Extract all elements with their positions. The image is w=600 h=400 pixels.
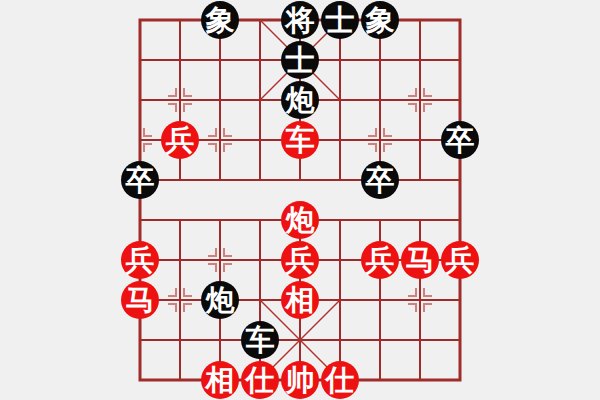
piece-red-horse[interactable]: 马 <box>401 241 439 279</box>
xiangqi-board-page: 象将士象士炮兵车卒卒卒炮兵兵兵马兵马炮相车相仕帅仕 <box>0 0 600 400</box>
piece-black-soldier[interactable]: 卒 <box>121 161 159 199</box>
piece-red-advisor[interactable]: 仕 <box>321 361 359 399</box>
piece-red-horse[interactable]: 马 <box>121 281 159 319</box>
piece-black-elephant[interactable]: 象 <box>201 1 239 39</box>
piece-black-general[interactable]: 将 <box>281 1 319 39</box>
piece-black-soldier[interactable]: 卒 <box>441 121 479 159</box>
piece-red-advisor[interactable]: 仕 <box>241 361 279 399</box>
piece-red-soldier[interactable]: 兵 <box>281 241 319 279</box>
piece-black-advisor[interactable]: 士 <box>321 1 359 39</box>
board-grid[interactable]: 象将士象士炮兵车卒卒卒炮兵兵兵马兵马炮相车相仕帅仕 <box>120 0 480 400</box>
piece-red-elephant[interactable]: 相 <box>201 361 239 399</box>
piece-black-elephant[interactable]: 象 <box>361 1 399 39</box>
piece-red-elephant[interactable]: 相 <box>281 281 319 319</box>
piece-black-soldier[interactable]: 卒 <box>361 161 399 199</box>
piece-black-advisor[interactable]: 士 <box>281 41 319 79</box>
piece-red-soldier[interactable]: 兵 <box>361 241 399 279</box>
piece-red-rook[interactable]: 车 <box>281 121 319 159</box>
piece-red-cannon[interactable]: 炮 <box>281 201 319 239</box>
piece-red-general[interactable]: 帅 <box>281 361 319 399</box>
piece-black-cannon[interactable]: 炮 <box>201 281 239 319</box>
piece-red-soldier[interactable]: 兵 <box>161 121 199 159</box>
piece-red-soldier[interactable]: 兵 <box>121 241 159 279</box>
piece-black-rook[interactable]: 车 <box>241 321 279 359</box>
piece-red-soldier[interactable]: 兵 <box>441 241 479 279</box>
piece-black-cannon[interactable]: 炮 <box>281 81 319 119</box>
